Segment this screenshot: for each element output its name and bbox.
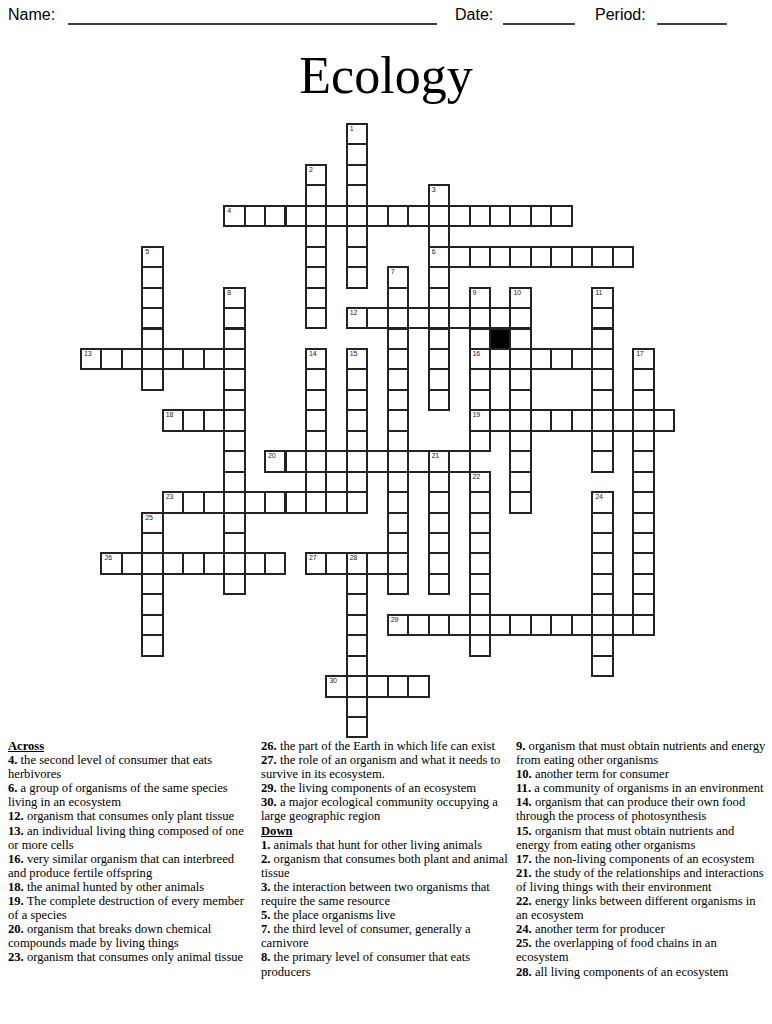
grid-cell-r16c18[interactable] xyxy=(448,450,470,472)
grid-cell-r14c22[interactable] xyxy=(530,409,552,431)
grid-cell-r14c28[interactable] xyxy=(653,409,675,431)
clue-number: 25. xyxy=(516,936,532,950)
grid-cell-r18c7[interactable] xyxy=(223,491,245,513)
grid-cell-r27c12[interactable]: 30 xyxy=(325,675,347,697)
grid-cell-r17c21[interactable] xyxy=(509,471,531,493)
grid-cell-r3c13[interactable] xyxy=(346,184,368,206)
cell-number-3: 3 xyxy=(432,186,436,194)
grid-cell-r14c7[interactable] xyxy=(223,409,245,431)
grid-cell-r3c17[interactable]: 3 xyxy=(428,184,450,206)
grid-cell-r14c27[interactable] xyxy=(632,409,654,431)
cell-number-1: 1 xyxy=(350,125,354,133)
grid-cell-r24c23[interactable] xyxy=(550,614,572,636)
grid-cell-r16c21[interactable] xyxy=(509,450,531,472)
grid-cell-r17c13[interactable] xyxy=(346,471,368,493)
grid-cell-r20c17[interactable] xyxy=(428,532,450,554)
clue-across-19: 19. The complete destruction of every me… xyxy=(8,894,254,922)
date-label: Date: xyxy=(455,6,493,24)
cell-number-28: 28 xyxy=(350,554,357,562)
grid-cell-r25c25[interactable] xyxy=(591,634,613,656)
grid-cell-r16c27[interactable] xyxy=(632,450,654,472)
grid-cell-r11c1[interactable] xyxy=(100,348,122,370)
clue-number: 16. xyxy=(8,852,24,866)
grid-cell-r16c15[interactable] xyxy=(387,450,409,472)
grid-cell-r21c9[interactable] xyxy=(264,552,286,574)
grid-cell-r6c23[interactable] xyxy=(550,246,572,268)
grid-cell-r4c9[interactable] xyxy=(264,205,286,227)
grid-cell-r9c11[interactable] xyxy=(305,307,327,329)
grid-cell-r21c25[interactable] xyxy=(591,552,613,574)
grid-cell-r24c18[interactable] xyxy=(448,614,470,636)
clue-number: 18. xyxy=(8,880,24,894)
grid-cell-r16c17[interactable]: 21 xyxy=(428,450,450,472)
grid-cell-r15c19[interactable] xyxy=(469,430,491,452)
grid-cell-r24c13[interactable] xyxy=(346,614,368,636)
date-fill-line[interactable] xyxy=(503,23,575,25)
grid-cell-r27c14[interactable] xyxy=(366,675,388,697)
grid-cell-r11c0[interactable]: 13 xyxy=(80,348,102,370)
clue-across-18: 18. the animal hunted by other animals xyxy=(8,880,254,894)
grid-cell-r18c27[interactable] xyxy=(632,491,654,513)
grid-cell-r14c11[interactable] xyxy=(305,409,327,431)
grid-cell-r8c17[interactable] xyxy=(428,287,450,309)
grid-cell-r17c11[interactable] xyxy=(305,471,327,493)
grid-cell-r15c25[interactable] xyxy=(591,430,613,452)
grid-cell-r17c15[interactable] xyxy=(387,471,409,493)
grid-cell-r5c11[interactable] xyxy=(305,225,327,247)
grid-cell-r29c13[interactable] xyxy=(346,716,368,738)
grid-cell-r12c15[interactable] xyxy=(387,368,409,390)
grid-cell-r14c24[interactable] xyxy=(571,409,593,431)
grid-cell-r13c25[interactable] xyxy=(591,389,613,411)
grid-cell-r20c3[interactable] xyxy=(141,532,163,554)
clue-number: 3. xyxy=(261,880,270,894)
grid-cell-r4c20[interactable] xyxy=(489,205,511,227)
clue-down-24: 24. another term for producer xyxy=(516,922,769,936)
grid-cell-r16c11[interactable] xyxy=(305,450,327,472)
clue-down-25: 25. the overlapping of food chains in an… xyxy=(516,936,769,964)
grid-cell-r14c23[interactable] xyxy=(550,409,572,431)
grid-cell-r11c4[interactable] xyxy=(162,348,184,370)
grid-cell-r14c26[interactable] xyxy=(612,409,634,431)
grid-cell-r14c15[interactable] xyxy=(387,409,409,431)
grid-cell-r9c20[interactable] xyxy=(489,307,511,329)
grid-cell-r11c27[interactable]: 17 xyxy=(632,348,654,370)
grid-cell-r22c27[interactable] xyxy=(632,573,654,595)
grid-cell-r12c27[interactable] xyxy=(632,368,654,390)
grid-cell-r7c3[interactable] xyxy=(141,266,163,288)
grid-cell-r21c4[interactable] xyxy=(162,552,184,574)
clue-number: 11. xyxy=(516,781,531,795)
grid-cell-r26c25[interactable] xyxy=(591,655,613,677)
cell-number-17: 17 xyxy=(636,350,643,358)
grid-cell-r9c18[interactable] xyxy=(448,307,470,329)
grid-cell-r17c27[interactable] xyxy=(632,471,654,493)
grid-cell-r19c25[interactable] xyxy=(591,512,613,534)
grid-cell-r13c13[interactable] xyxy=(346,389,368,411)
grid-cell-r20c27[interactable] xyxy=(632,532,654,554)
grid-cell-r15c7[interactable] xyxy=(223,430,245,452)
grid-cell-r4c11[interactable] xyxy=(305,205,327,227)
grid-cell-r18c13[interactable] xyxy=(346,491,368,513)
grid-cell-r4c16[interactable] xyxy=(407,205,429,227)
grid-cell-r13c11[interactable] xyxy=(305,389,327,411)
grid-cell-r24c20[interactable] xyxy=(489,614,511,636)
grid-cell-r11c3[interactable] xyxy=(141,348,163,370)
grid-cell-r11c22[interactable] xyxy=(530,348,552,370)
grid-cell-r21c13[interactable]: 28 xyxy=(346,552,368,574)
grid-cell-r26c13[interactable] xyxy=(346,655,368,677)
grid-cell-r19c27[interactable] xyxy=(632,512,654,534)
grid-cell-r18c10[interactable] xyxy=(285,491,307,513)
grid-cell-r24c25[interactable] xyxy=(591,614,613,636)
grid-cell-r14c6[interactable] xyxy=(203,409,225,431)
grid-cell-r12c19[interactable] xyxy=(469,368,491,390)
grid-cell-r1c13[interactable] xyxy=(346,143,368,165)
grid-cell-r6c20[interactable] xyxy=(489,246,511,268)
clue-across-29: 29. the living components of an ecosyste… xyxy=(261,781,510,795)
grid-cell-r6c19[interactable] xyxy=(469,246,491,268)
clue-number: 20. xyxy=(8,922,24,936)
grid-cell-r21c7[interactable] xyxy=(223,552,245,574)
grid-cell-r4c22[interactable] xyxy=(530,205,552,227)
grid-cell-r11c11[interactable]: 14 xyxy=(305,348,327,370)
grid-cell-r8c21[interactable]: 10 xyxy=(509,287,531,309)
grid-cell-r23c13[interactable] xyxy=(346,593,368,615)
grid-cell-r18c17[interactable] xyxy=(428,491,450,513)
clue-number: 26. xyxy=(261,739,277,753)
grid-cell-r11c15[interactable] xyxy=(387,348,409,370)
grid-cell-r14c5[interactable] xyxy=(182,409,204,431)
grid-cell-r6c3[interactable]: 5 xyxy=(141,246,163,268)
grid-cell-r23c3[interactable] xyxy=(141,593,163,615)
grid-cell-r4c18[interactable] xyxy=(448,205,470,227)
grid-cell-r15c11[interactable] xyxy=(305,430,327,452)
cell-number-11: 11 xyxy=(595,289,602,297)
grid-cell-r25c3[interactable] xyxy=(141,634,163,656)
grid-cell-r6c24[interactable] xyxy=(571,246,593,268)
cell-number-19: 19 xyxy=(473,411,480,419)
clue-number: 30. xyxy=(261,795,277,809)
grid-cell-r24c19[interactable] xyxy=(469,614,491,636)
grid-cell-r14c4[interactable]: 18 xyxy=(162,409,184,431)
grid-cell-r8c15[interactable] xyxy=(387,287,409,309)
grid-cell-r13c27[interactable] xyxy=(632,389,654,411)
clue-number: 12. xyxy=(8,809,24,823)
cell-number-6: 6 xyxy=(432,248,436,256)
grid-cell-r9c13[interactable]: 12 xyxy=(346,307,368,329)
grid-cell-r21c15[interactable] xyxy=(387,552,409,574)
grid-cell-r22c13[interactable] xyxy=(346,573,368,595)
grid-cell-r24c22[interactable] xyxy=(530,614,552,636)
grid-cell-r21c5[interactable] xyxy=(182,552,204,574)
grid-cell-r24c27[interactable] xyxy=(632,614,654,636)
grid-cell-r21c1[interactable]: 26 xyxy=(100,552,122,574)
grid-cell-r6c13[interactable] xyxy=(346,246,368,268)
grid-cell-r12c21[interactable] xyxy=(509,368,531,390)
grid-cell-r19c3[interactable]: 25 xyxy=(141,512,163,534)
grid-cell-r9c21[interactable] xyxy=(509,307,531,329)
grid-cell-r18c12[interactable] xyxy=(325,491,347,513)
grid-cell-r4c21[interactable] xyxy=(509,205,531,227)
clue-across-30: 30. a major ecological community occupyi… xyxy=(261,795,510,823)
grid-cell-r9c7[interactable] xyxy=(223,307,245,329)
grid-cell-r10c25[interactable] xyxy=(591,328,613,350)
grid-cell-r9c17[interactable] xyxy=(428,307,450,329)
grid-cell-r19c15[interactable] xyxy=(387,512,409,534)
grid-cell-r12c11[interactable] xyxy=(305,368,327,390)
grid-cell-r9c16[interactable] xyxy=(407,307,429,329)
grid-cell-r14c13[interactable] xyxy=(346,409,368,431)
grid-cell-r16c9[interactable]: 20 xyxy=(264,450,286,472)
grid-cell-r11c7[interactable] xyxy=(223,348,245,370)
grid-cell-r5c17[interactable] xyxy=(428,225,450,247)
grid-cell-r4c10[interactable] xyxy=(285,205,307,227)
grid-cell-r22c3[interactable] xyxy=(141,573,163,595)
grid-cell-r24c24[interactable] xyxy=(571,614,593,636)
grid-cell-r2c11[interactable]: 2 xyxy=(305,164,327,186)
clue-number: 14. xyxy=(516,795,532,809)
clue-down-11: 11. a community of organisms in an envir… xyxy=(516,781,769,795)
grid-cell-r6c22[interactable] xyxy=(530,246,552,268)
grid-cell-r16c13[interactable] xyxy=(346,450,368,472)
grid-cell-r4c12[interactable] xyxy=(325,205,347,227)
grid-cell-r21c8[interactable] xyxy=(244,552,266,574)
grid-cell-r16c7[interactable] xyxy=(223,450,245,472)
grid-cell-r24c26[interactable] xyxy=(612,614,634,636)
grid-cell-r18c4[interactable]: 23 xyxy=(162,491,184,513)
grid-cell-r10c19[interactable] xyxy=(469,328,491,350)
grid-cell-r11c24[interactable] xyxy=(571,348,593,370)
grid-cell-r22c25[interactable] xyxy=(591,573,613,595)
grid-cell-r20c15[interactable] xyxy=(387,532,409,554)
grid-cell-r21c6[interactable] xyxy=(203,552,225,574)
grid-cell-r11c17[interactable] xyxy=(428,348,450,370)
grid-cell-r11c6[interactable] xyxy=(203,348,225,370)
grid-cell-r9c14[interactable] xyxy=(366,307,388,329)
grid-cell-r13c15[interactable] xyxy=(387,389,409,411)
grid-cell-r21c14[interactable] xyxy=(366,552,388,574)
grid-cell-r19c7[interactable] xyxy=(223,512,245,534)
grid-cell-r18c19[interactable] xyxy=(469,491,491,513)
grid-cell-r8c11[interactable] xyxy=(305,287,327,309)
clue-down-10: 10. another term for consumer xyxy=(516,767,769,781)
grid-cell-r15c27[interactable] xyxy=(632,430,654,452)
clue-heading-down: Down xyxy=(261,824,510,838)
grid-cell-r9c19[interactable] xyxy=(469,307,491,329)
grid-cell-r16c16[interactable] xyxy=(407,450,429,472)
grid-cell-r10c17[interactable] xyxy=(428,328,450,350)
grid-cell-r14c19[interactable]: 19 xyxy=(469,409,491,431)
clue-down-2: 2. organism that consumes both plant and… xyxy=(261,852,510,880)
grid-cell-r6c17[interactable]: 6 xyxy=(428,246,450,268)
grid-cell-r6c18[interactable] xyxy=(448,246,470,268)
grid-cell-r14c25[interactable] xyxy=(591,409,613,431)
grid-cell-r15c15[interactable] xyxy=(387,430,409,452)
grid-cell-r22c19[interactable] xyxy=(469,573,491,595)
cell-number-29: 29 xyxy=(391,616,398,624)
cell-number-22: 22 xyxy=(473,473,480,481)
grid-cell-r9c3[interactable] xyxy=(141,307,163,329)
grid-cell-r18c11[interactable] xyxy=(305,491,327,513)
clue-number: 28. xyxy=(516,965,532,979)
clue-down-3: 3. the interaction between two organisms… xyxy=(261,880,510,908)
grid-cell-r11c20[interactable] xyxy=(489,348,511,370)
name-fill-line[interactable] xyxy=(68,23,437,25)
grid-cell-r13c7[interactable] xyxy=(223,389,245,411)
grid-cell-r18c5[interactable] xyxy=(182,491,204,513)
grid-cell-r21c12[interactable] xyxy=(325,552,347,574)
grid-cell-r11c21[interactable] xyxy=(509,348,531,370)
grid-cell-r17c17[interactable] xyxy=(428,471,450,493)
clue-number: 9. xyxy=(516,739,525,753)
grid-cell-r21c27[interactable] xyxy=(632,552,654,574)
grid-cell-r9c25[interactable] xyxy=(591,307,613,329)
grid-cell-r15c13[interactable] xyxy=(346,430,368,452)
grid-cell-r7c15[interactable]: 7 xyxy=(387,266,409,288)
grid-cell-r4c23[interactable] xyxy=(550,205,572,227)
grid-cell-r27c15[interactable] xyxy=(387,675,409,697)
grid-cell-r18c6[interactable] xyxy=(203,491,225,513)
cell-number-23: 23 xyxy=(166,493,173,501)
grid-cell-r12c13[interactable] xyxy=(346,368,368,390)
grid-cell-r4c17[interactable] xyxy=(428,205,450,227)
grid-cell-r7c13[interactable] xyxy=(346,266,368,288)
grid-cell-r16c12[interactable] xyxy=(325,450,347,472)
grid-cell-r21c2[interactable] xyxy=(121,552,143,574)
grid-cell-r16c14[interactable] xyxy=(366,450,388,472)
grid-cell-r12c25[interactable] xyxy=(591,368,613,390)
grid-cell-r21c17[interactable] xyxy=(428,552,450,574)
cell-number-20: 20 xyxy=(268,452,275,460)
clue-number: 13. xyxy=(8,824,24,838)
grid-cell-r7c17[interactable] xyxy=(428,266,450,288)
grid-cell-r4c14[interactable] xyxy=(366,205,388,227)
grid-cell-r4c19[interactable] xyxy=(469,205,491,227)
grid-cell-r23c25[interactable] xyxy=(591,593,613,615)
grid-cell-r18c25[interactable]: 24 xyxy=(591,491,613,513)
grid-cell-r20c7[interactable] xyxy=(223,532,245,554)
grid-cell-r16c10[interactable] xyxy=(285,450,307,472)
grid-cell-r12c7[interactable] xyxy=(223,368,245,390)
clue-down-1: 1. animals that hunt for other living an… xyxy=(261,838,510,852)
clue-down-22: 22. energy links between different organ… xyxy=(516,894,769,922)
grid-cell-r23c19[interactable] xyxy=(469,593,491,615)
grid-cell-r22c15[interactable] xyxy=(387,573,409,595)
grid-cell-r27c16[interactable] xyxy=(407,675,429,697)
grid-cell-r10c15[interactable] xyxy=(387,328,409,350)
clue-down-7: 7. the third level of consumer, generall… xyxy=(261,922,510,950)
grid-cell-r8c19[interactable]: 9 xyxy=(469,287,491,309)
clue-across-20: 20. organism that breaks down chemical c… xyxy=(8,922,254,950)
grid-cell-r10c7[interactable] xyxy=(223,328,245,350)
grid-cell-r7c11[interactable] xyxy=(305,266,327,288)
grid-cell-r11c5[interactable] xyxy=(182,348,204,370)
grid-cell-r10c21[interactable] xyxy=(509,328,531,350)
grid-cell-r20c19[interactable] xyxy=(469,532,491,554)
grid-cell-r20c25[interactable] xyxy=(591,532,613,554)
period-fill-line[interactable] xyxy=(657,23,727,25)
grid-cell-r13c17[interactable] xyxy=(428,389,450,411)
clue-across-23: 23. organism that consumes only animal t… xyxy=(8,950,254,964)
grid-cell-r8c7[interactable]: 8 xyxy=(223,287,245,309)
grid-cell-r13c21[interactable] xyxy=(509,389,531,411)
grid-cell-r23c27[interactable] xyxy=(632,593,654,615)
grid-cell-r4c8[interactable] xyxy=(244,205,266,227)
grid-cell-r19c17[interactable] xyxy=(428,512,450,534)
grid-cell-r10c3[interactable] xyxy=(141,328,163,350)
grid-cell-r22c17[interactable] xyxy=(428,573,450,595)
grid-cell-r3c11[interactable] xyxy=(305,184,327,206)
grid-cell-r24c16[interactable] xyxy=(407,614,429,636)
grid-cell-r25c13[interactable] xyxy=(346,634,368,656)
grid-cell-r21c19[interactable] xyxy=(469,552,491,574)
clue-number: 19. xyxy=(8,894,24,908)
grid-cell-r0c13[interactable]: 1 xyxy=(346,123,368,145)
grid-cell-r21c3[interactable] xyxy=(141,552,163,574)
grid-cell-r2c13[interactable] xyxy=(346,164,368,186)
grid-cell-r4c13[interactable] xyxy=(346,205,368,227)
grid-cell-r25c19[interactable] xyxy=(469,634,491,656)
grid-cell-r11c23[interactable] xyxy=(550,348,572,370)
grid-cell-r12c3[interactable] xyxy=(141,368,163,390)
grid-cell-r14c21[interactable] xyxy=(509,409,531,431)
cell-number-2: 2 xyxy=(309,166,313,174)
grid-cell-r14c20[interactable] xyxy=(489,409,511,431)
grid-cell-r6c25[interactable] xyxy=(591,246,613,268)
clue-down-17: 17. the non-living components of an ecos… xyxy=(516,852,769,866)
grid-cell-r24c15[interactable]: 29 xyxy=(387,614,409,636)
grid-cell-r11c2[interactable] xyxy=(121,348,143,370)
grid-cell-r8c3[interactable] xyxy=(141,287,163,309)
grid-cell-r17c7[interactable] xyxy=(223,471,245,493)
grid-cell-r5c13[interactable] xyxy=(346,225,368,247)
grid-cell-r18c21[interactable] xyxy=(509,491,531,513)
grid-cell-r11c25[interactable] xyxy=(591,348,613,370)
clue-number: 7. xyxy=(261,922,270,936)
grid-cell-r21c11[interactable]: 27 xyxy=(305,552,327,574)
clue-number: 24. xyxy=(516,922,532,936)
grid-cell-r6c26[interactable] xyxy=(612,246,634,268)
grid-cell-r13c19[interactable] xyxy=(469,389,491,411)
grid-cell-r17c19[interactable]: 22 xyxy=(469,471,491,493)
grid-cell-r28c13[interactable] xyxy=(346,696,368,718)
grid-cell-r15c21[interactable] xyxy=(509,430,531,452)
clue-across-27: 27. the role of an organism and what it … xyxy=(261,753,510,781)
grid-cell-r4c7[interactable]: 4 xyxy=(223,205,245,227)
grid-cell-r6c21[interactable] xyxy=(509,246,531,268)
grid-cell-r19c19[interactable] xyxy=(469,512,491,534)
grid-cell-r12c17[interactable] xyxy=(428,368,450,390)
grid-cell-r8c25[interactable]: 11 xyxy=(591,287,613,309)
grid-cell-r11c19[interactable]: 16 xyxy=(469,348,491,370)
grid-cell-r18c15[interactable] xyxy=(387,491,409,513)
clue-down-28: 28. all living components of an ecosyste… xyxy=(516,965,769,979)
grid-cell-r18c8[interactable] xyxy=(244,491,266,513)
grid-cell-r24c21[interactable] xyxy=(509,614,531,636)
grid-cell-r27c13[interactable] xyxy=(346,675,368,697)
grid-cell-r11c13[interactable]: 15 xyxy=(346,348,368,370)
grid-cell-r9c15[interactable] xyxy=(387,307,409,329)
clue-number: 5. xyxy=(261,908,270,922)
grid-cell-r24c17[interactable] xyxy=(428,614,450,636)
grid-cell-r24c3[interactable] xyxy=(141,614,163,636)
grid-cell-r16c25[interactable] xyxy=(591,450,613,472)
grid-cell-r4c15[interactable] xyxy=(387,205,409,227)
grid-cell-r6c11[interactable] xyxy=(305,246,327,268)
grid-cell-r18c9[interactable] xyxy=(264,491,286,513)
grid-cell-r22c7[interactable] xyxy=(223,573,245,595)
